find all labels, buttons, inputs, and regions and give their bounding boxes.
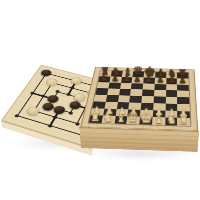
square-h7: ♟: [177, 78, 188, 84]
dark-pawn: ♟: [121, 74, 132, 83]
dark-pawn: ♟: [98, 74, 109, 83]
morris-disc-black-c3: [41, 102, 56, 112]
square-g1: ♞: [165, 118, 178, 126]
wood-grain: [79, 128, 199, 152]
square-f7: ♟: [155, 78, 167, 84]
square-e7: ♟: [143, 77, 155, 83]
square-b1: ♞: [101, 116, 115, 124]
square-c6: [120, 83, 132, 90]
square-d7: ♟: [132, 77, 144, 83]
square-h1: ♜: [177, 118, 190, 126]
square-f1: ♝: [152, 117, 165, 125]
dark-pawn: ♟: [109, 74, 120, 83]
chess-box: ♜♞♝♛♚♝♞♜♟♟♟♟♟♟♟♟♟♟♟♟♟♟♟♟♜♞♝♛♚♝♞♜: [80, 67, 198, 131]
light-rook: ♜: [178, 114, 191, 126]
light-bishop: ♝: [114, 112, 127, 124]
morris-point-e3: [68, 111, 73, 115]
square-b7: ♟: [109, 76, 121, 82]
dark-pawn: ♟: [177, 76, 188, 85]
square-e5: [142, 90, 154, 97]
dark-pawn: ♟: [143, 75, 154, 84]
square-a5: [95, 88, 108, 95]
morris-point-d3: [57, 108, 62, 112]
morris-spoke-south: [49, 109, 60, 126]
square-h5: [177, 91, 189, 98]
dark-pawn: ♟: [132, 75, 143, 84]
light-knight: ♞: [101, 112, 114, 124]
light-queen: ♛: [127, 111, 140, 124]
square-g7: ♟: [166, 78, 177, 84]
scene: ♜♞♝♛♚♝♞♜♟♟♟♟♟♟♟♟♟♟♟♟♟♟♟♟♜♞♝♛♚♝♞♜: [0, 0, 200, 200]
square-e1: ♚: [139, 117, 152, 125]
square-d1: ♛: [127, 116, 140, 124]
box-front-panel: [79, 127, 199, 152]
light-king: ♚: [139, 110, 152, 125]
dark-pawn: ♟: [166, 76, 177, 85]
light-bishop: ♝: [152, 113, 165, 125]
light-rook: ♜: [89, 111, 102, 123]
light-knight: ♞: [165, 114, 178, 126]
chess-board: ♜♞♝♛♚♝♞♜♟♟♟♟♟♟♟♟♟♟♟♟♟♟♟♟♜♞♝♛♚♝♞♜: [89, 70, 190, 126]
square-f5: [154, 90, 166, 97]
morris-point-e4: [72, 103, 77, 107]
dark-pawn: ♟: [155, 75, 166, 84]
